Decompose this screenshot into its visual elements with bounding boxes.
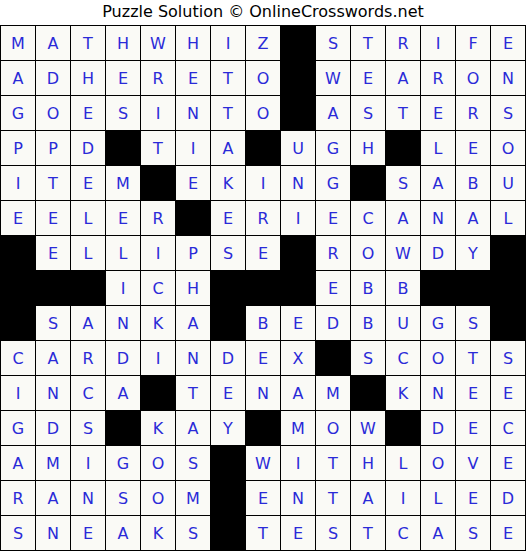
- letter-cell-r3c4[interactable]: S: [106, 96, 140, 130]
- letter-cell-r5c8[interactable]: I: [246, 166, 280, 200]
- letter-cell-r1c14[interactable]: F: [456, 26, 490, 60]
- letter-cell-r2c10[interactable]: W: [316, 61, 350, 95]
- letter-cell-r2c6[interactable]: E: [176, 61, 210, 95]
- letter-cell-r2c8[interactable]: O: [246, 61, 280, 95]
- letter-cell-r2c12[interactable]: A: [386, 61, 420, 95]
- letter-cell-r13c3[interactable]: I: [71, 446, 105, 480]
- block-cell-r2c9: [281, 61, 315, 95]
- block-cell-r8c15: [491, 271, 525, 305]
- letter-cell-r5c4[interactable]: M: [106, 166, 140, 200]
- letter-cell-r6c9[interactable]: I: [281, 201, 315, 235]
- letter-cell-r15c4[interactable]: A: [106, 516, 140, 550]
- letter-cell-r11c12[interactable]: K: [386, 376, 420, 410]
- letter-cell-r13c11[interactable]: H: [351, 446, 385, 480]
- letter-cell-r15c14[interactable]: S: [456, 516, 490, 550]
- letter-cell-r10c4[interactable]: D: [106, 341, 140, 375]
- block-cell-r6c6: [176, 201, 210, 235]
- letter-cell-r6c12[interactable]: A: [386, 201, 420, 235]
- letter-cell-r3c7[interactable]: T: [211, 96, 245, 130]
- block-cell-r5c5: [141, 166, 175, 200]
- letter-cell-r4c6[interactable]: I: [176, 131, 210, 165]
- block-cell-r8c3: [71, 271, 105, 305]
- letter-cell-r3c5[interactable]: I: [141, 96, 175, 130]
- letter-cell-r13c5[interactable]: O: [141, 446, 175, 480]
- letter-cell-r6c10[interactable]: E: [316, 201, 350, 235]
- letter-cell-r2c15[interactable]: N: [491, 61, 525, 95]
- letter-cell-r14c6[interactable]: M: [176, 481, 210, 515]
- letter-cell-r5c6[interactable]: E: [176, 166, 210, 200]
- block-cell-r7c9: [281, 236, 315, 270]
- letter-cell-r4c2[interactable]: P: [36, 131, 70, 165]
- letter-cell-r6c13[interactable]: N: [421, 201, 455, 235]
- letter-cell-r14c2[interactable]: A: [36, 481, 70, 515]
- letter-cell-r2c4[interactable]: E: [106, 61, 140, 95]
- letter-cell-r10c14[interactable]: T: [456, 341, 490, 375]
- letter-cell-r11c15[interactable]: E: [491, 376, 525, 410]
- letter-cell-r5c7[interactable]: K: [211, 166, 245, 200]
- letter-cell-r14c13[interactable]: L: [421, 481, 455, 515]
- letter-cell-r9c5[interactable]: K: [141, 306, 175, 340]
- letter-cell-r13c9[interactable]: I: [281, 446, 315, 480]
- letter-cell-r10c11[interactable]: S: [351, 341, 385, 375]
- letter-cell-r8c10[interactable]: E: [316, 271, 350, 305]
- letter-cell-r4c1[interactable]: P: [1, 131, 35, 165]
- letter-cell-r13c1[interactable]: A: [1, 446, 35, 480]
- letter-cell-r11c4[interactable]: A: [106, 376, 140, 410]
- letter-cell-r1c1[interactable]: M: [1, 26, 35, 60]
- letter-cell-r12c7[interactable]: Y: [211, 411, 245, 445]
- letter-cell-r8c6[interactable]: H: [176, 271, 210, 305]
- letter-cell-r7c3[interactable]: L: [71, 236, 105, 270]
- letter-cell-r9c4[interactable]: N: [106, 306, 140, 340]
- letter-cell-r10c13[interactable]: O: [421, 341, 455, 375]
- letter-cell-r15c2[interactable]: N: [36, 516, 70, 550]
- block-cell-r10c10: [316, 341, 350, 375]
- letter-cell-r2c7[interactable]: T: [211, 61, 245, 95]
- letter-cell-r12c14[interactable]: E: [456, 411, 490, 445]
- page-title: Puzzle Solution © OnlineCrosswords.net: [0, 0, 526, 25]
- letter-cell-r6c5[interactable]: R: [141, 201, 175, 235]
- letter-cell-r6c14[interactable]: A: [456, 201, 490, 235]
- letter-cell-r14c12[interactable]: I: [386, 481, 420, 515]
- letter-cell-r12c13[interactable]: D: [421, 411, 455, 445]
- block-cell-r14c7: [211, 481, 245, 515]
- block-cell-r8c1: [1, 271, 35, 305]
- letter-cell-r1c7[interactable]: I: [211, 26, 245, 60]
- letter-cell-r15c1[interactable]: S: [1, 516, 35, 550]
- letter-cell-r5c14[interactable]: B: [456, 166, 490, 200]
- letter-cell-r1c15[interactable]: E: [491, 26, 525, 60]
- letter-cell-r13c8[interactable]: W: [246, 446, 280, 480]
- letter-cell-r9c10[interactable]: D: [316, 306, 350, 340]
- letter-cell-r12c6[interactable]: A: [176, 411, 210, 445]
- block-cell-r4c4: [106, 131, 140, 165]
- block-cell-r8c7: [211, 271, 245, 305]
- letter-cell-r12c3[interactable]: S: [71, 411, 105, 445]
- letter-cell-r3c10[interactable]: A: [316, 96, 350, 130]
- letter-cell-r2c3[interactable]: H: [71, 61, 105, 95]
- block-cell-r15c7: [211, 516, 245, 550]
- letter-cell-r11c2[interactable]: N: [36, 376, 70, 410]
- letter-cell-r3c2[interactable]: O: [36, 96, 70, 130]
- letter-cell-r15c9[interactable]: E: [281, 516, 315, 550]
- letter-cell-r4c10[interactable]: G: [316, 131, 350, 165]
- letter-cell-r4c3[interactable]: D: [71, 131, 105, 165]
- block-cell-r13c7: [211, 446, 245, 480]
- letter-cell-r14c15[interactable]: D: [491, 481, 525, 515]
- letter-cell-r5c12[interactable]: S: [386, 166, 420, 200]
- letter-cell-r7c10[interactable]: R: [316, 236, 350, 270]
- letter-cell-r3c3[interactable]: E: [71, 96, 105, 130]
- letter-cell-r11c6[interactable]: T: [176, 376, 210, 410]
- letter-cell-r8c12[interactable]: B: [386, 271, 420, 305]
- letter-cell-r11c3[interactable]: C: [71, 376, 105, 410]
- letter-cell-r2c1[interactable]: A: [1, 61, 35, 95]
- letter-cell-r14c3[interactable]: N: [71, 481, 105, 515]
- letter-cell-r5c9[interactable]: N: [281, 166, 315, 200]
- block-cell-r8c2: [36, 271, 70, 305]
- letter-cell-r13c4[interactable]: G: [106, 446, 140, 480]
- letter-cell-r2c14[interactable]: O: [456, 61, 490, 95]
- letter-cell-r5c3[interactable]: E: [71, 166, 105, 200]
- letter-cell-r2c2[interactable]: D: [36, 61, 70, 95]
- letter-cell-r4c7[interactable]: A: [211, 131, 245, 165]
- letter-cell-r8c4[interactable]: I: [106, 271, 140, 305]
- letter-cell-r12c15[interactable]: C: [491, 411, 525, 445]
- letter-cell-r1c11[interactable]: T: [351, 26, 385, 60]
- letter-cell-r6c7[interactable]: E: [211, 201, 245, 235]
- letter-cell-r6c15[interactable]: L: [491, 201, 525, 235]
- letter-cell-r11c10[interactable]: M: [316, 376, 350, 410]
- block-cell-r11c5: [141, 376, 175, 410]
- block-cell-r9c1: [1, 306, 35, 340]
- letter-cell-r11c14[interactable]: E: [456, 376, 490, 410]
- letter-cell-r9c2[interactable]: S: [36, 306, 70, 340]
- letter-cell-r9c11[interactable]: B: [351, 306, 385, 340]
- letter-cell-r13c12[interactable]: L: [386, 446, 420, 480]
- letter-cell-r14c9[interactable]: N: [281, 481, 315, 515]
- letter-cell-r4c11[interactable]: H: [351, 131, 385, 165]
- block-cell-r9c15: [491, 306, 525, 340]
- letter-cell-r13c15[interactable]: E: [491, 446, 525, 480]
- letter-cell-r12c1[interactable]: G: [1, 411, 35, 445]
- letter-cell-r12c11[interactable]: W: [351, 411, 385, 445]
- letter-cell-r10c15[interactable]: S: [491, 341, 525, 375]
- letter-cell-r3c8[interactable]: O: [246, 96, 280, 130]
- letter-cell-r4c9[interactable]: U: [281, 131, 315, 165]
- letter-cell-r4c14[interactable]: E: [456, 131, 490, 165]
- letter-cell-r1c6[interactable]: H: [176, 26, 210, 60]
- letter-cell-r15c15[interactable]: E: [491, 516, 525, 550]
- letter-cell-r15c5[interactable]: K: [141, 516, 175, 550]
- letter-cell-r7c4[interactable]: L: [106, 236, 140, 270]
- letter-cell-r11c7[interactable]: E: [211, 376, 245, 410]
- letter-cell-r7c6[interactable]: P: [176, 236, 210, 270]
- letter-cell-r14c1[interactable]: R: [1, 481, 35, 515]
- letter-cell-r12c10[interactable]: O: [316, 411, 350, 445]
- letter-cell-r3c12[interactable]: T: [386, 96, 420, 130]
- letter-cell-r14c8[interactable]: E: [246, 481, 280, 515]
- block-cell-r12c4: [106, 411, 140, 445]
- letter-cell-r1c2[interactable]: A: [36, 26, 70, 60]
- letter-cell-r5c13[interactable]: A: [421, 166, 455, 200]
- letter-cell-r12c5[interactable]: K: [141, 411, 175, 445]
- letter-cell-r10c1[interactable]: C: [1, 341, 35, 375]
- letter-cell-r8c5[interactable]: C: [141, 271, 175, 305]
- letter-cell-r15c12[interactable]: C: [386, 516, 420, 550]
- letter-cell-r10c12[interactable]: C: [386, 341, 420, 375]
- letter-cell-r7c11[interactable]: O: [351, 236, 385, 270]
- block-cell-r7c1: [1, 236, 35, 270]
- letter-cell-r9c3[interactable]: A: [71, 306, 105, 340]
- letter-cell-r10c3[interactable]: R: [71, 341, 105, 375]
- letter-cell-r15c11[interactable]: T: [351, 516, 385, 550]
- letter-cell-r7c7[interactable]: S: [211, 236, 245, 270]
- letter-cell-r9c12[interactable]: U: [386, 306, 420, 340]
- letter-cell-r10c7[interactable]: D: [211, 341, 245, 375]
- letter-cell-r9c13[interactable]: G: [421, 306, 455, 340]
- letter-cell-r11c1[interactable]: I: [1, 376, 35, 410]
- letter-cell-r7c12[interactable]: W: [386, 236, 420, 270]
- letter-cell-r13c2[interactable]: M: [36, 446, 70, 480]
- letter-cell-r3c1[interactable]: G: [1, 96, 35, 130]
- block-cell-r3c9: [281, 96, 315, 130]
- letter-cell-r5c15[interactable]: U: [491, 166, 525, 200]
- letter-cell-r3c11[interactable]: S: [351, 96, 385, 130]
- letter-cell-r5c1[interactable]: I: [1, 166, 35, 200]
- letter-cell-r6c11[interactable]: C: [351, 201, 385, 235]
- letter-cell-r14c10[interactable]: T: [316, 481, 350, 515]
- letter-cell-r15c13[interactable]: A: [421, 516, 455, 550]
- letter-cell-r2c11[interactable]: E: [351, 61, 385, 95]
- letter-cell-r4c13[interactable]: L: [421, 131, 455, 165]
- letter-cell-r13c13[interactable]: O: [421, 446, 455, 480]
- letter-cell-r1c4[interactable]: H: [106, 26, 140, 60]
- letter-cell-r9c9[interactable]: E: [281, 306, 315, 340]
- letter-cell-r5c2[interactable]: T: [36, 166, 70, 200]
- letter-cell-r10c6[interactable]: N: [176, 341, 210, 375]
- letter-cell-r11c9[interactable]: A: [281, 376, 315, 410]
- letter-cell-r9c8[interactable]: B: [246, 306, 280, 340]
- letter-cell-r6c3[interactable]: L: [71, 201, 105, 235]
- block-cell-r8c9: [281, 271, 315, 305]
- letter-cell-r4c5[interactable]: T: [141, 131, 175, 165]
- letter-cell-r10c5[interactable]: I: [141, 341, 175, 375]
- letter-cell-r15c6[interactable]: S: [176, 516, 210, 550]
- letter-cell-r1c10[interactable]: S: [316, 26, 350, 60]
- letter-cell-r7c2[interactable]: E: [36, 236, 70, 270]
- block-cell-r8c13: [421, 271, 455, 305]
- block-cell-r8c14: [456, 271, 490, 305]
- letter-cell-r11c8[interactable]: N: [246, 376, 280, 410]
- letter-cell-r2c5[interactable]: R: [141, 61, 175, 95]
- block-cell-r7c15: [491, 236, 525, 270]
- letter-cell-r3c15[interactable]: S: [491, 96, 525, 130]
- block-cell-r1c9: [281, 26, 315, 60]
- letter-cell-r13c10[interactable]: T: [316, 446, 350, 480]
- letter-cell-r1c3[interactable]: T: [71, 26, 105, 60]
- letter-cell-r9c14[interactable]: S: [456, 306, 490, 340]
- letter-cell-r3c13[interactable]: E: [421, 96, 455, 130]
- letter-cell-r4c15[interactable]: O: [491, 131, 525, 165]
- block-cell-r4c8: [246, 131, 280, 165]
- letter-cell-r14c4[interactable]: S: [106, 481, 140, 515]
- letter-cell-r5c10[interactable]: G: [316, 166, 350, 200]
- letter-cell-r10c2[interactable]: A: [36, 341, 70, 375]
- letter-cell-r1c12[interactable]: R: [386, 26, 420, 60]
- letter-cell-r2c13[interactable]: R: [421, 61, 455, 95]
- letter-cell-r1c13[interactable]: I: [421, 26, 455, 60]
- letter-cell-r3c6[interactable]: N: [176, 96, 210, 130]
- letter-cell-r13c6[interactable]: S: [176, 446, 210, 480]
- letter-cell-r12c2[interactable]: D: [36, 411, 70, 445]
- block-cell-r12c12: [386, 411, 420, 445]
- letter-cell-r6c1[interactable]: E: [1, 201, 35, 235]
- letter-cell-r6c8[interactable]: R: [246, 201, 280, 235]
- letter-cell-r7c13[interactable]: D: [421, 236, 455, 270]
- letter-cell-r11c13[interactable]: N: [421, 376, 455, 410]
- letter-cell-r15c8[interactable]: T: [246, 516, 280, 550]
- block-cell-r8c8: [246, 271, 280, 305]
- letter-cell-r8c11[interactable]: B: [351, 271, 385, 305]
- letter-cell-r6c2[interactable]: E: [36, 201, 70, 235]
- letter-cell-r15c3[interactable]: E: [71, 516, 105, 550]
- letter-cell-r1c5[interactable]: W: [141, 26, 175, 60]
- letter-cell-r10c8[interactable]: E: [246, 341, 280, 375]
- letter-cell-r12c9[interactable]: M: [281, 411, 315, 445]
- letter-cell-r15c10[interactable]: S: [316, 516, 350, 550]
- block-cell-r5c11: [351, 166, 385, 200]
- letter-cell-r7c14[interactable]: Y: [456, 236, 490, 270]
- block-cell-r11c11: [351, 376, 385, 410]
- letter-cell-r7c8[interactable]: E: [246, 236, 280, 270]
- letter-cell-r9c6[interactable]: A: [176, 306, 210, 340]
- block-cell-r12c8: [246, 411, 280, 445]
- letter-cell-r7c5[interactable]: I: [141, 236, 175, 270]
- puzzle-page: Puzzle Solution © OnlineCrosswords.net M…: [0, 0, 526, 551]
- letter-cell-r14c5[interactable]: O: [141, 481, 175, 515]
- letter-cell-r13c14[interactable]: V: [456, 446, 490, 480]
- letter-cell-r10c9[interactable]: X: [281, 341, 315, 375]
- letter-cell-r6c4[interactable]: E: [106, 201, 140, 235]
- letter-cell-r1c8[interactable]: Z: [246, 26, 280, 60]
- block-cell-r4c12: [386, 131, 420, 165]
- crossword-grid: MATHWHIZSTRIFEADHERETOWEARONGOESINTOASTE…: [0, 25, 526, 551]
- block-cell-r9c7: [211, 306, 245, 340]
- letter-cell-r14c14[interactable]: E: [456, 481, 490, 515]
- letter-cell-r3c14[interactable]: R: [456, 96, 490, 130]
- letter-cell-r14c11[interactable]: A: [351, 481, 385, 515]
